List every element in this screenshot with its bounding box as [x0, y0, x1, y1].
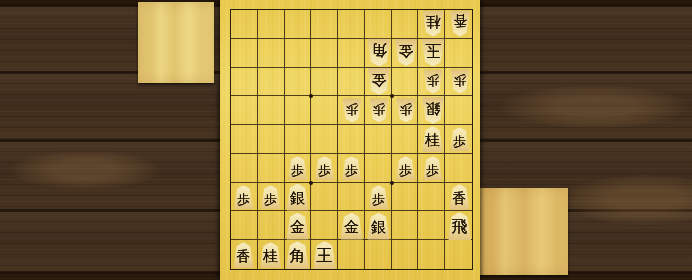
square-4i[interactable]: [365, 240, 392, 269]
gote-komadai: [138, 2, 214, 83]
star-point: [309, 181, 313, 185]
piece-kanji: 香: [237, 249, 251, 263]
square-2h[interactable]: [418, 211, 445, 240]
square-6g[interactable]: [311, 183, 338, 212]
piece-kanji: 歩: [291, 163, 304, 176]
square-8h[interactable]: [258, 211, 285, 240]
square-3g[interactable]: [392, 183, 419, 212]
piece-kanji: 歩: [453, 134, 466, 147]
piece-kanji: 歩: [426, 163, 439, 176]
piece-kanji: 銀: [371, 220, 386, 235]
square-2i[interactable]: [418, 240, 445, 269]
photo-scene: 香桂玉金角歩歩金銀歩歩歩歩桂歩歩歩歩歩香歩銀歩歩飛銀金金王角桂香: [0, 0, 692, 280]
square-1d[interactable]: [445, 96, 472, 125]
piece-kanji: 金: [290, 220, 305, 235]
square-2g[interactable]: [418, 183, 445, 212]
square-8a[interactable]: [258, 10, 285, 39]
square-8b[interactable]: [258, 39, 285, 68]
square-8e[interactable]: [258, 125, 285, 154]
piece-kanji: 金: [371, 72, 386, 87]
shogi-board: 香桂玉金角歩歩金銀歩歩歩歩桂歩歩歩歩歩香歩銀歩歩飛銀金金王角桂香: [220, 0, 480, 280]
piece-kanji: 香: [453, 191, 467, 205]
piece-kanji: 桂: [425, 133, 440, 148]
square-6a[interactable]: [311, 10, 338, 39]
square-1b[interactable]: [445, 39, 472, 68]
square-5i[interactable]: [338, 240, 365, 269]
square-9c[interactable]: [231, 68, 258, 97]
piece-kanji: 歩: [318, 163, 331, 176]
square-9f[interactable]: [231, 154, 258, 183]
star-point: [309, 94, 313, 98]
piece-kanji: 王: [317, 248, 333, 264]
piece-kanji: 角: [371, 42, 387, 58]
piece-kanji: 香: [453, 14, 467, 28]
square-7c[interactable]: [285, 68, 312, 97]
square-1i[interactable]: [445, 240, 472, 269]
piece-kanji: 金: [344, 220, 359, 235]
square-8f[interactable]: [258, 154, 285, 183]
piece-kanji: 歩: [372, 192, 385, 205]
piece-kanji: 角: [290, 248, 306, 264]
piece-kanji: 飛: [452, 219, 468, 235]
square-7d[interactable]: [285, 96, 312, 125]
square-5g[interactable]: [338, 183, 365, 212]
piece-kanji: 歩: [372, 102, 385, 115]
square-6h[interactable]: [311, 211, 338, 240]
piece-kanji: 歩: [426, 73, 439, 86]
square-4f[interactable]: [365, 154, 392, 183]
piece-kanji: 桂: [263, 249, 278, 264]
square-9h[interactable]: [231, 211, 258, 240]
square-7b[interactable]: [285, 39, 312, 68]
square-8c[interactable]: [258, 68, 285, 97]
square-7a[interactable]: [285, 10, 312, 39]
square-4a[interactable]: [365, 10, 392, 39]
square-3c[interactable]: [392, 68, 419, 97]
piece-kanji: 歩: [237, 192, 250, 205]
wood-grain-swirl: [10, 150, 160, 190]
piece-kanji: 歩: [399, 102, 412, 115]
square-9b[interactable]: [231, 39, 258, 68]
piece-kanji: 金: [398, 43, 413, 58]
piece-kanji: 歩: [345, 102, 358, 115]
square-3e[interactable]: [392, 125, 419, 154]
square-5c[interactable]: [338, 68, 365, 97]
square-5a[interactable]: [338, 10, 365, 39]
square-5b[interactable]: [338, 39, 365, 68]
square-6c[interactable]: [311, 68, 338, 97]
piece-kanji: 玉: [425, 42, 441, 58]
square-3i[interactable]: [392, 240, 419, 269]
piece-kanji: 桂: [425, 14, 440, 29]
piece-kanji: 歩: [345, 163, 358, 176]
square-9e[interactable]: [231, 125, 258, 154]
square-1f[interactable]: [445, 154, 472, 183]
sente-komadai: [480, 188, 568, 275]
piece-kanji: 歩: [399, 163, 412, 176]
square-9d[interactable]: [231, 96, 258, 125]
star-point: [390, 94, 394, 98]
piece-kanji: 銀: [425, 101, 440, 116]
square-6e[interactable]: [311, 125, 338, 154]
square-6d[interactable]: [311, 96, 338, 125]
square-3a[interactable]: [392, 10, 419, 39]
square-7e[interactable]: [285, 125, 312, 154]
piece-kanji: 銀: [290, 191, 305, 206]
star-point: [390, 181, 394, 185]
square-5e[interactable]: [338, 125, 365, 154]
wood-grain-swirl: [500, 85, 690, 129]
piece-kanji: 歩: [264, 192, 277, 205]
square-8d[interactable]: [258, 96, 285, 125]
square-9a[interactable]: [231, 10, 258, 39]
square-6b[interactable]: [311, 39, 338, 68]
square-4e[interactable]: [365, 125, 392, 154]
square-3h[interactable]: [392, 211, 419, 240]
piece-kanji: 歩: [453, 73, 466, 86]
